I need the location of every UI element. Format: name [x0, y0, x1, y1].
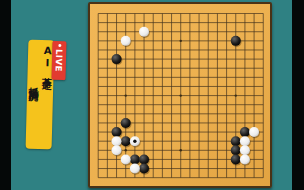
- stone-black: [139, 154, 149, 164]
- live-dot-icon: [58, 44, 61, 47]
- stone-white: [130, 164, 140, 174]
- go-board: [88, 2, 272, 188]
- last-move-marker: [133, 139, 136, 142]
- stone-white: [121, 154, 131, 164]
- star-point: [180, 94, 182, 96]
- star-point: [125, 149, 127, 151]
- stone-black: [231, 136, 241, 146]
- letterbox-right: [292, 0, 304, 190]
- stone-black: [231, 36, 241, 46]
- board-grid: [90, 4, 270, 186]
- star-point: [180, 149, 182, 151]
- stone-black: [121, 136, 131, 146]
- stone-white: [139, 27, 149, 37]
- star-point: [180, 40, 182, 42]
- stone-black: [240, 127, 250, 137]
- stone-black: [139, 164, 149, 174]
- title-banner: AI革命之 托退后的虎: [26, 40, 55, 150]
- stone-black: [112, 54, 122, 64]
- banner-title-line2: 托退后的虎: [26, 79, 41, 149]
- stone-white: [121, 36, 131, 46]
- stone-black: [121, 118, 131, 128]
- star-point: [125, 94, 127, 96]
- stone-black: [130, 154, 140, 164]
- letterbox-left: [0, 0, 11, 190]
- stone-white: [112, 136, 122, 146]
- stone-white: [240, 145, 250, 155]
- stone-white: [240, 136, 250, 146]
- live-badge-label: LIVE: [54, 49, 65, 72]
- video-frame: AI革命之 托退后的虎 LIVE: [0, 0, 304, 190]
- stone-white: [249, 127, 259, 137]
- stone-white: [240, 154, 250, 164]
- stone-white: [112, 145, 122, 155]
- stone-black: [231, 145, 241, 155]
- star-point: [235, 94, 237, 96]
- stone-black: [231, 154, 241, 164]
- live-badge: LIVE: [51, 41, 66, 80]
- stone-black: [112, 127, 122, 137]
